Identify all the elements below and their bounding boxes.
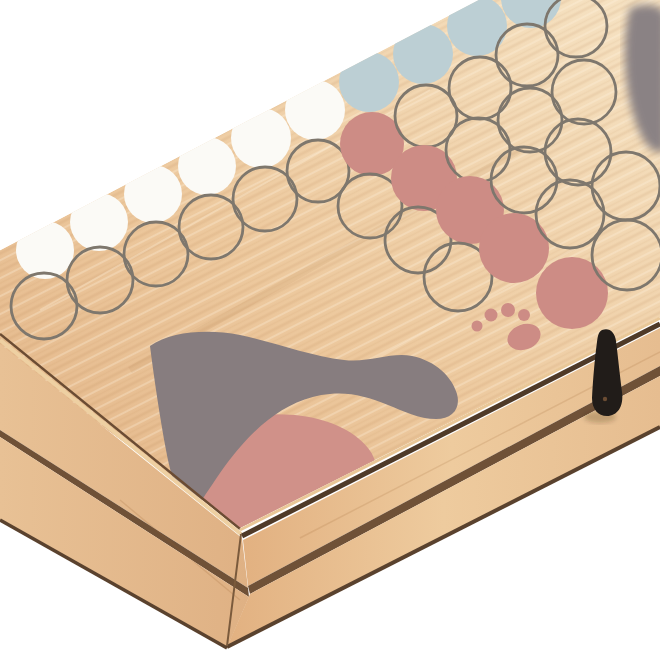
- clasp-bead-hole: [603, 397, 607, 401]
- track-dot-blue: [393, 24, 453, 84]
- paw-toe: [485, 309, 498, 322]
- track-dot-pink: [536, 257, 608, 329]
- paw-toe: [518, 309, 530, 321]
- track-dot-white: [231, 108, 291, 168]
- paw-toe: [501, 303, 515, 317]
- track-dot-blue: [339, 52, 399, 112]
- track-dot-white: [16, 221, 74, 279]
- track-dot-white: [124, 165, 182, 223]
- track-dot-white: [178, 137, 236, 195]
- paw-toe: [472, 321, 483, 332]
- track-dot-white: [70, 193, 128, 251]
- track-dot-white: [285, 80, 345, 140]
- product-photo-stage: [0, 0, 660, 660]
- game-box-scene: [0, 0, 660, 660]
